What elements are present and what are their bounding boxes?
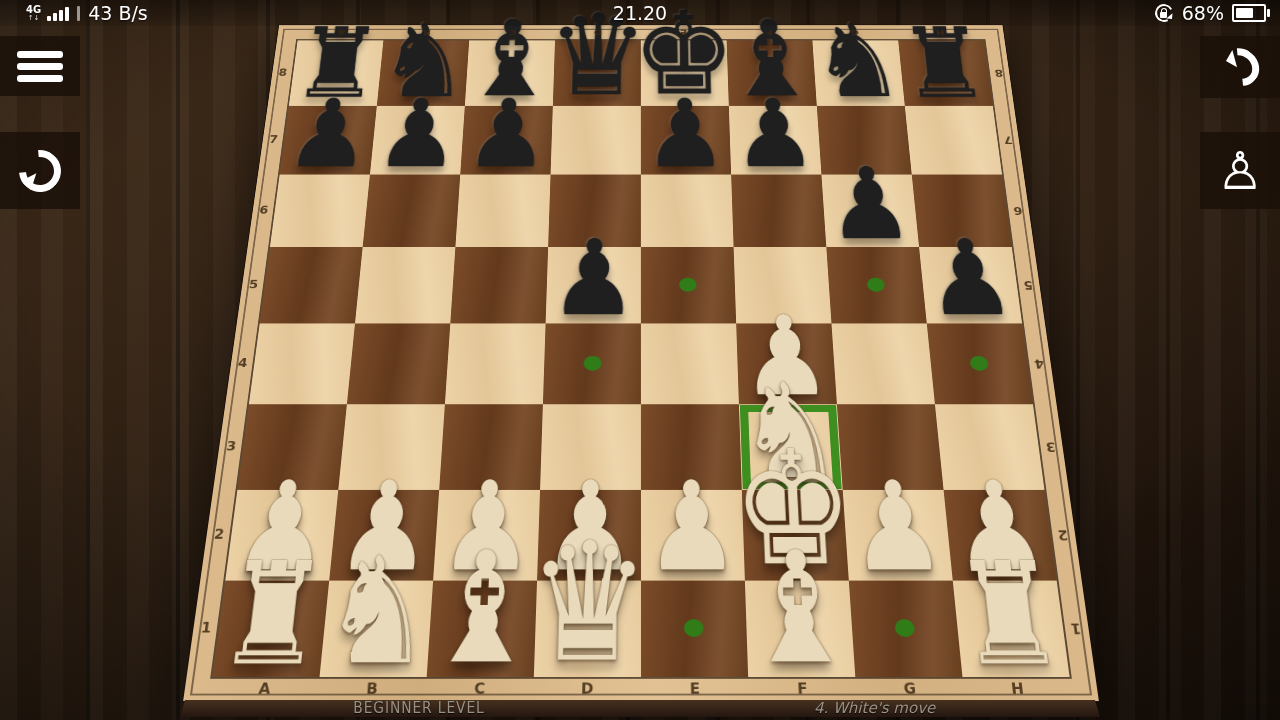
white-rook-h1[interactable]: ♜ — [949, 545, 1070, 687]
white-pawn-g2[interactable]: ♟ — [845, 466, 950, 590]
square-c6[interactable] — [455, 175, 550, 247]
black-pawn-f7[interactable]: ♟ — [732, 87, 819, 181]
difficulty-level-label: BEGINNER LEVEL — [353, 700, 484, 717]
black-pawn-g6[interactable]: ♟ — [824, 155, 916, 254]
square-b7[interactable]: ♟ — [370, 106, 465, 175]
square-e1[interactable] — [641, 581, 748, 677]
white-pawn-e2[interactable]: ♟ — [645, 466, 741, 590]
square-f7[interactable]: ♟ — [729, 106, 822, 175]
square-c5[interactable] — [450, 247, 548, 323]
square-d5[interactable]: ♟ — [546, 247, 641, 323]
square-e7[interactable]: ♟ — [641, 106, 731, 175]
rotate-board-button[interactable] — [0, 132, 80, 209]
coord-label: E — [641, 677, 749, 701]
square-d4[interactable] — [543, 323, 641, 404]
captured-pieces-button[interactable]: ♙ — [1200, 132, 1280, 209]
undo-icon — [1218, 47, 1262, 87]
square-g2[interactable]: ♟ — [843, 490, 953, 581]
square-b4[interactable] — [347, 323, 450, 404]
square-d8[interactable]: ♛ — [553, 40, 641, 105]
move-hint-dot-g1[interactable] — [894, 619, 915, 637]
black-pawn-a7[interactable]: ♟ — [282, 87, 375, 181]
rotate-icon — [19, 150, 61, 192]
square-h1[interactable]: ♜ — [953, 581, 1070, 677]
hamburger-icon — [17, 51, 63, 82]
square-g8[interactable]: ♞ — [812, 40, 904, 105]
square-b6[interactable] — [363, 175, 461, 247]
move-status-label: 4. White's move — [814, 700, 935, 717]
square-e2[interactable]: ♟ — [641, 490, 745, 581]
move-hint-dot-g5[interactable] — [867, 278, 886, 292]
black-pawn-h5[interactable]: ♟ — [921, 226, 1020, 330]
move-hint-dot-e5[interactable] — [679, 278, 697, 292]
square-b1[interactable]: ♞ — [320, 581, 434, 677]
square-e5[interactable] — [641, 247, 736, 323]
board-scene: ♜♞♝♛♚♝♞♜♟♟♟♟♟♟♟♟♟♞♟♟♟♟♟♚♟♟♜♞♝♛♝♜ 8765432… — [0, 0, 1280, 720]
square-h5[interactable]: ♟ — [919, 247, 1022, 323]
white-bishop-f1[interactable]: ♝ — [739, 532, 861, 686]
battery-percent: 68% — [1182, 2, 1224, 24]
pawn-icon: ♙ — [1217, 145, 1264, 197]
square-c1[interactable]: ♝ — [427, 581, 537, 677]
square-g6[interactable]: ♟ — [821, 175, 919, 247]
square-a6[interactable] — [270, 175, 370, 247]
square-g5[interactable] — [826, 247, 926, 323]
white-knight-b1[interactable]: ♞ — [316, 538, 438, 686]
square-g1[interactable] — [849, 581, 963, 677]
black-pawn-d5[interactable]: ♟ — [549, 226, 637, 330]
square-a7[interactable]: ♟ — [280, 106, 377, 175]
square-e4[interactable] — [641, 323, 739, 404]
status-bar: 4G↑↓ 43 B/s 21.20 68% — [0, 0, 1280, 26]
square-d7[interactable] — [551, 106, 641, 175]
square-d1[interactable]: ♛ — [534, 581, 641, 677]
coord-label: G — [855, 677, 965, 701]
white-queen-d1[interactable]: ♛ — [524, 521, 650, 686]
square-a4[interactable] — [249, 323, 355, 404]
square-f1[interactable]: ♝ — [745, 581, 855, 677]
move-hint-dot-d4[interactable] — [583, 356, 601, 371]
black-pawn-c7[interactable]: ♟ — [463, 87, 550, 181]
square-h4[interactable] — [927, 323, 1033, 404]
square-f6[interactable] — [731, 175, 826, 247]
battery-fill — [1236, 8, 1253, 18]
square-c7[interactable]: ♟ — [460, 106, 553, 175]
square-c4[interactable] — [445, 323, 546, 404]
white-rook-a1[interactable]: ♜ — [211, 545, 332, 687]
move-hint-dot-h4[interactable] — [969, 356, 989, 371]
clock: 21.20 — [0, 2, 1280, 24]
undo-move-button[interactable] — [1200, 36, 1280, 98]
black-knight-g8[interactable]: ♞ — [808, 11, 907, 112]
board-front-face: BEGINNER LEVEL 4. White's move — [180, 700, 1100, 717]
black-rook-h8[interactable]: ♜ — [896, 16, 994, 112]
square-b5[interactable] — [355, 247, 455, 323]
battery-icon — [1232, 4, 1266, 22]
square-h8[interactable]: ♜ — [898, 40, 993, 105]
square-g4[interactable] — [831, 323, 934, 404]
black-pawn-e7[interactable]: ♟ — [644, 87, 728, 181]
rotation-lock-icon — [1154, 3, 1174, 23]
black-pawn-b7[interactable]: ♟ — [373, 87, 463, 181]
square-a1[interactable]: ♜ — [212, 581, 329, 677]
square-e6[interactable] — [641, 175, 734, 247]
square-a5[interactable] — [260, 247, 363, 323]
square-h7[interactable] — [905, 106, 1002, 175]
move-hint-dot-e1[interactable] — [684, 619, 704, 637]
chess-board[interactable]: ♜♞♝♛♚♝♞♜♟♟♟♟♟♟♟♟♟♞♟♟♟♟♟♚♟♟♜♞♝♛♝♜ 8765432… — [182, 25, 1100, 702]
board-squares[interactable]: ♜♞♝♛♚♝♞♜♟♟♟♟♟♟♟♟♟♞♟♟♟♟♟♚♟♟♜♞♝♛♝♜ — [212, 40, 1069, 677]
menu-button[interactable] — [0, 36, 80, 96]
